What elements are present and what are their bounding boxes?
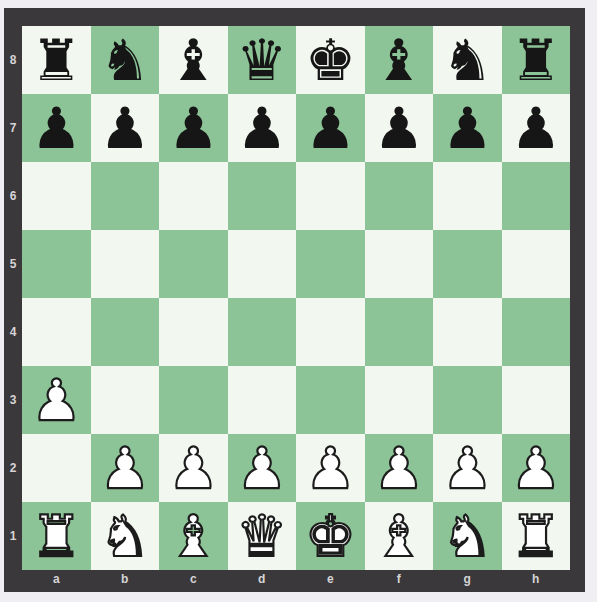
- black-pawn-b7[interactable]: ♟: [99, 100, 150, 157]
- square-d4[interactable]: [228, 298, 297, 366]
- square-g1[interactable]: ♞: [433, 502, 502, 570]
- square-a3[interactable]: ♟: [22, 366, 91, 434]
- white-pawn-g2[interactable]: ♟: [442, 440, 493, 497]
- black-king-e8[interactable]: ♚: [305, 32, 356, 89]
- square-d8[interactable]: ♛: [228, 26, 297, 94]
- square-c1[interactable]: ♝: [159, 502, 228, 570]
- file-label-c: c: [159, 570, 228, 592]
- square-d2[interactable]: ♟: [228, 434, 297, 502]
- square-f6[interactable]: [365, 162, 434, 230]
- black-pawn-c7[interactable]: ♟: [168, 100, 219, 157]
- rank-label-2: 2: [4, 434, 22, 502]
- square-g8[interactable]: ♞: [433, 26, 502, 94]
- white-rook-h1[interactable]: ♜: [510, 508, 561, 565]
- square-e8[interactable]: ♚: [296, 26, 365, 94]
- white-pawn-b2[interactable]: ♟: [99, 440, 150, 497]
- rank-labels: 87654321: [4, 26, 22, 570]
- square-f8[interactable]: ♝: [365, 26, 434, 94]
- square-b8[interactable]: ♞: [91, 26, 160, 94]
- square-d5[interactable]: [228, 230, 297, 298]
- square-d3[interactable]: [228, 366, 297, 434]
- square-g2[interactable]: ♟: [433, 434, 502, 502]
- file-label-d: d: [228, 570, 297, 592]
- square-b1[interactable]: ♞: [91, 502, 160, 570]
- square-b3[interactable]: [91, 366, 160, 434]
- white-knight-b1[interactable]: ♞: [99, 508, 150, 565]
- square-a2[interactable]: [22, 434, 91, 502]
- white-rook-a1[interactable]: ♜: [31, 508, 82, 565]
- square-e5[interactable]: [296, 230, 365, 298]
- white-bishop-c1[interactable]: ♝: [168, 508, 219, 565]
- square-b6[interactable]: [91, 162, 160, 230]
- square-h6[interactable]: [502, 162, 571, 230]
- square-e6[interactable]: [296, 162, 365, 230]
- square-c8[interactable]: ♝: [159, 26, 228, 94]
- black-rook-a8[interactable]: ♜: [31, 32, 82, 89]
- square-e4[interactable]: [296, 298, 365, 366]
- white-knight-g1[interactable]: ♞: [442, 508, 493, 565]
- white-bishop-f1[interactable]: ♝: [373, 508, 424, 565]
- square-a7[interactable]: ♟: [22, 94, 91, 162]
- square-b7[interactable]: ♟: [91, 94, 160, 162]
- board-frame: 87654321 ♜♞♝♛♚♝♞♜♟♟♟♟♟♟♟♟♟♟♟♟♟♟♟♟♜♞♝♛♚♝♞…: [4, 8, 585, 592]
- rank-label-3: 3: [4, 366, 22, 434]
- square-h2[interactable]: ♟: [502, 434, 571, 502]
- square-g3[interactable]: [433, 366, 502, 434]
- square-a6[interactable]: [22, 162, 91, 230]
- black-pawn-d7[interactable]: ♟: [236, 100, 287, 157]
- square-g5[interactable]: [433, 230, 502, 298]
- black-knight-b8[interactable]: ♞: [99, 32, 150, 89]
- white-pawn-a3[interactable]: ♟: [31, 372, 82, 429]
- black-rook-h8[interactable]: ♜: [510, 32, 561, 89]
- black-bishop-c8[interactable]: ♝: [168, 32, 219, 89]
- square-b2[interactable]: ♟: [91, 434, 160, 502]
- file-label-a: a: [22, 570, 91, 592]
- square-b4[interactable]: [91, 298, 160, 366]
- square-h5[interactable]: [502, 230, 571, 298]
- square-e2[interactable]: ♟: [296, 434, 365, 502]
- square-g4[interactable]: [433, 298, 502, 366]
- rank-label-6: 6: [4, 162, 22, 230]
- square-e7[interactable]: ♟: [296, 94, 365, 162]
- file-labels: abcdefgh: [22, 570, 570, 592]
- square-h7[interactable]: ♟: [502, 94, 571, 162]
- square-d7[interactable]: ♟: [228, 94, 297, 162]
- white-pawn-f2[interactable]: ♟: [373, 440, 424, 497]
- square-a4[interactable]: [22, 298, 91, 366]
- rank-label-1: 1: [4, 502, 22, 570]
- file-label-f: f: [365, 570, 434, 592]
- square-b5[interactable]: [91, 230, 160, 298]
- square-f1[interactable]: ♝: [365, 502, 434, 570]
- rank-label-4: 4: [4, 298, 22, 366]
- square-f7[interactable]: ♟: [365, 94, 434, 162]
- black-bishop-f8[interactable]: ♝: [373, 32, 424, 89]
- file-label-h: h: [502, 570, 571, 592]
- black-pawn-e7[interactable]: ♟: [305, 100, 356, 157]
- square-c2[interactable]: ♟: [159, 434, 228, 502]
- square-h8[interactable]: ♜: [502, 26, 571, 94]
- square-g6[interactable]: [433, 162, 502, 230]
- white-king-e1[interactable]: ♚: [305, 508, 356, 565]
- black-queen-d8[interactable]: ♛: [236, 32, 287, 89]
- square-c6[interactable]: [159, 162, 228, 230]
- rank-label-8: 8: [4, 26, 22, 94]
- square-a5[interactable]: [22, 230, 91, 298]
- white-pawn-h2[interactable]: ♟: [510, 440, 561, 497]
- file-label-g: g: [433, 570, 502, 592]
- square-c3[interactable]: [159, 366, 228, 434]
- rank-label-7: 7: [4, 94, 22, 162]
- square-h1[interactable]: ♜: [502, 502, 571, 570]
- white-pawn-d2[interactable]: ♟: [236, 440, 287, 497]
- black-pawn-h7[interactable]: ♟: [510, 100, 561, 157]
- file-label-b: b: [91, 570, 160, 592]
- rank-label-5: 5: [4, 230, 22, 298]
- square-g7[interactable]: ♟: [433, 94, 502, 162]
- square-e1[interactable]: ♚: [296, 502, 365, 570]
- black-pawn-a7[interactable]: ♟: [31, 100, 82, 157]
- square-e3[interactable]: [296, 366, 365, 434]
- square-f2[interactable]: ♟: [365, 434, 434, 502]
- square-c5[interactable]: [159, 230, 228, 298]
- square-c4[interactable]: [159, 298, 228, 366]
- chess-board[interactable]: ♜♞♝♛♚♝♞♜♟♟♟♟♟♟♟♟♟♟♟♟♟♟♟♟♜♞♝♛♚♝♞♜: [22, 26, 570, 570]
- square-d1[interactable]: ♛: [228, 502, 297, 570]
- square-h3[interactable]: [502, 366, 571, 434]
- white-pawn-e2[interactable]: ♟: [305, 440, 356, 497]
- black-knight-g8[interactable]: ♞: [442, 32, 493, 89]
- white-queen-d1[interactable]: ♛: [236, 508, 287, 565]
- white-pawn-c2[interactable]: ♟: [168, 440, 219, 497]
- square-f4[interactable]: [365, 298, 434, 366]
- square-a8[interactable]: ♜: [22, 26, 91, 94]
- black-pawn-g7[interactable]: ♟: [442, 100, 493, 157]
- file-label-e: e: [296, 570, 365, 592]
- square-h4[interactable]: [502, 298, 571, 366]
- square-a1[interactable]: ♜: [22, 502, 91, 570]
- square-d6[interactable]: [228, 162, 297, 230]
- square-f3[interactable]: [365, 366, 434, 434]
- square-f5[interactable]: [365, 230, 434, 298]
- black-pawn-f7[interactable]: ♟: [373, 100, 424, 157]
- square-c7[interactable]: ♟: [159, 94, 228, 162]
